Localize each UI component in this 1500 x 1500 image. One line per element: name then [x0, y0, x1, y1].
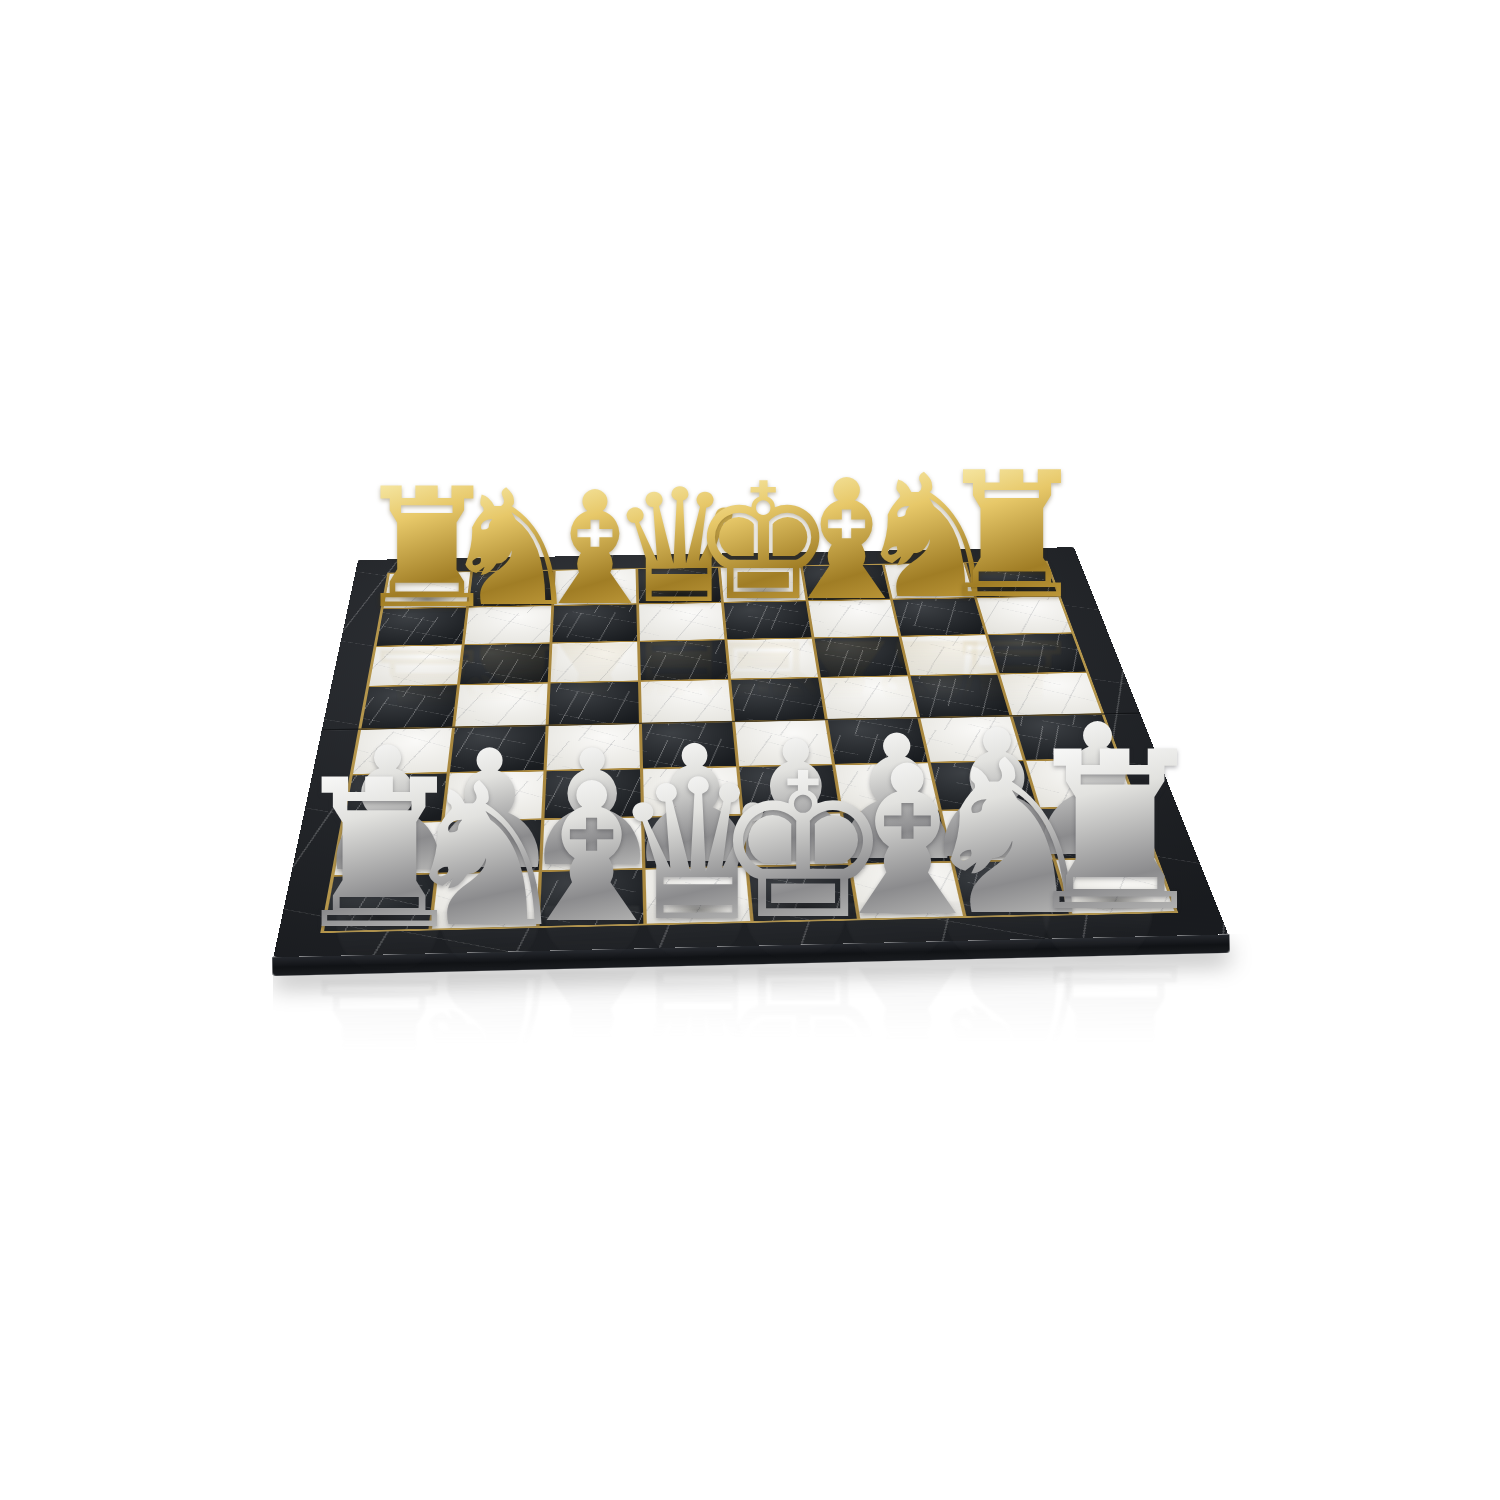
square-d3	[643, 767, 740, 816]
square-c7	[552, 605, 637, 643]
square-a2	[334, 822, 441, 875]
square-f2	[843, 811, 950, 863]
square-g1	[954, 860, 1069, 916]
square-g5	[911, 675, 1010, 717]
square-g3	[931, 761, 1037, 809]
square-d8	[638, 568, 721, 604]
square-d5	[641, 680, 732, 723]
square-h7	[977, 597, 1071, 634]
square-e1	[749, 865, 857, 921]
square-d2	[644, 816, 745, 868]
square-b4	[450, 726, 546, 772]
square-h6	[988, 634, 1086, 674]
square-h2	[1041, 807, 1154, 859]
square-b8	[469, 571, 553, 607]
square-g7	[893, 598, 985, 635]
square-c6	[551, 642, 638, 682]
square-c8	[554, 569, 636, 605]
square-d6	[640, 640, 728, 680]
square-c2	[542, 818, 642, 870]
square-f6	[815, 637, 908, 677]
square-a4	[353, 728, 452, 774]
square-e3	[739, 765, 839, 814]
board-front-edge	[272, 934, 1230, 976]
square-e4	[735, 720, 832, 765]
square-a8	[384, 572, 471, 608]
square-a7	[377, 608, 466, 646]
square-e6	[727, 639, 818, 679]
square-b2	[438, 820, 541, 873]
square-d1	[646, 867, 751, 923]
square-f8	[803, 565, 890, 600]
square-e2	[744, 813, 848, 865]
square-c3	[544, 769, 641, 818]
board-perspective-wrapper	[0, 0, 1500, 1500]
square-c1	[540, 870, 644, 926]
square-a5	[361, 685, 457, 728]
square-f7	[808, 600, 898, 638]
square-h8	[966, 562, 1057, 597]
square-g8	[885, 563, 974, 598]
square-a3	[344, 773, 447, 822]
square-h3	[1026, 759, 1135, 807]
square-b7	[465, 606, 552, 644]
square-d7	[639, 603, 724, 641]
square-g4	[920, 717, 1022, 762]
square-b6	[460, 644, 549, 684]
square-c5	[549, 682, 639, 725]
square-f3	[835, 763, 938, 811]
square-f1	[852, 863, 964, 919]
square-e5	[731, 678, 825, 721]
square-h1	[1056, 858, 1174, 913]
square-e7	[724, 601, 812, 639]
square-f5	[821, 676, 917, 718]
square-f4	[828, 718, 928, 763]
square-d4	[642, 722, 736, 768]
square-h5	[1000, 673, 1101, 715]
board-squares-field	[320, 561, 1178, 933]
square-g2	[942, 809, 1052, 861]
square-g6	[901, 635, 996, 675]
chess-board	[273, 547, 1228, 957]
square-h4	[1013, 715, 1118, 760]
square-b1	[432, 872, 539, 929]
square-a6	[369, 645, 461, 685]
square-b3	[444, 771, 543, 820]
square-c4	[547, 724, 640, 770]
square-a1	[324, 874, 435, 931]
square-b5	[455, 684, 547, 727]
square-e8	[721, 566, 806, 601]
